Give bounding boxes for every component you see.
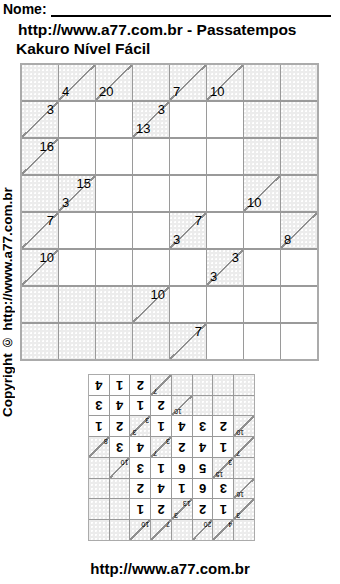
kakuro-puzzle-grid: 4207103313161531077381033107	[20, 63, 319, 361]
puzzle-cell-r4c1[interactable]	[59, 213, 95, 248]
down-clue: 20	[99, 85, 113, 99]
solution-cell-r0c6	[110, 520, 130, 540]
solution-cell-r4c2: 4	[193, 437, 213, 457]
solution-cell-r3c6: 10	[110, 458, 130, 478]
down-clue: 13	[136, 122, 150, 136]
puzzle-cell-r7c2	[96, 324, 132, 359]
across-clue: 3	[133, 428, 137, 436]
solution-cell-r6c5: 1	[131, 396, 151, 416]
solution-digit: 4	[193, 437, 213, 457]
puzzle-cell-r1c6	[244, 102, 280, 137]
solution-cell-r1c2: 2	[193, 500, 213, 520]
puzzle-cell-r0c7	[281, 65, 317, 100]
solution-cell-r7c6: 1	[110, 375, 130, 395]
puzzle-cell-r1c5[interactable]	[207, 102, 243, 137]
puzzle-cell-r2c7	[281, 139, 317, 174]
solution-cell-r6c2	[193, 396, 213, 416]
solution-cell-r6c3: 10	[172, 396, 192, 416]
puzzle-cell-r2c6	[244, 139, 280, 174]
solution-cell-r1c0: 3	[234, 500, 254, 520]
across-clue: 10	[151, 288, 165, 302]
puzzle-cell-r3c3[interactable]	[133, 176, 169, 211]
solution-cell-r6c4: 2	[151, 396, 171, 416]
puzzle-cell-r5c7[interactable]	[281, 250, 317, 285]
solution-cell-r4c0: 7	[234, 437, 254, 457]
down-clue: 8	[104, 437, 108, 445]
across-clue: 7	[153, 387, 157, 395]
solution-digit: 1	[151, 416, 171, 436]
solution-cell-r7c1	[214, 375, 234, 395]
name-label: Nome:	[3, 1, 47, 17]
puzzle-cell-r6c4[interactable]	[170, 287, 206, 322]
puzzle-cell-r7c3	[133, 324, 169, 359]
puzzle-cell-r6c1	[59, 287, 95, 322]
across-clue: 7	[195, 325, 202, 339]
down-clue: 3	[173, 233, 180, 247]
puzzle-cell-r6c0	[22, 287, 58, 322]
puzzle-cell-r1c0: 3	[22, 102, 58, 137]
solution-cell-r6c0	[234, 396, 254, 416]
solution-digit: 4	[172, 416, 192, 436]
puzzle-cell-r2c1[interactable]	[59, 139, 95, 174]
puzzle-cell-r3c1: 153	[59, 176, 95, 211]
puzzle-cell-r5c3[interactable]	[133, 250, 169, 285]
solution-cell-r0c4: 7	[151, 520, 171, 540]
solution-digit: 4	[131, 437, 151, 457]
down-clue: 10	[247, 196, 261, 210]
solution-digit: 2	[151, 499, 171, 519]
solution-digit: 1	[131, 396, 151, 416]
solution-cell-r7c0	[234, 375, 254, 395]
across-clue: 10	[236, 428, 244, 436]
puzzle-cell-r5c6[interactable]	[244, 250, 280, 285]
kakuro-solution-grid-rotated: 4207103123132116361421535613107142734381…	[88, 374, 255, 541]
copyright-vertical-text: Copyright © http://www.a77.com.br	[0, 155, 17, 417]
solution-cell-r0c2: 20	[193, 520, 213, 540]
puzzle-cell-r0c4: 7	[170, 65, 206, 100]
puzzle-cell-r4c5[interactable]	[207, 213, 243, 248]
solution-cell-r4c3: 2	[172, 437, 192, 457]
across-clue: 7	[153, 449, 157, 457]
across-clue: 16	[40, 140, 54, 154]
down-clue: 13	[183, 500, 191, 508]
down-clue: 20	[204, 520, 212, 528]
puzzle-cell-r7c5[interactable]	[207, 324, 243, 359]
solution-cell-r4c6: 3	[110, 437, 130, 457]
puzzle-cell-r6c5[interactable]	[207, 287, 243, 322]
down-clue: 7	[166, 520, 170, 528]
solution-digit: 4	[151, 479, 171, 499]
solution-cell-r1c7	[89, 500, 109, 520]
puzzle-cell-r2c4[interactable]	[170, 139, 206, 174]
solution-cell-r2c2: 6	[193, 479, 213, 499]
solution-cell-r7c7: 4	[89, 375, 109, 395]
down-clue: 3	[166, 437, 170, 445]
solution-digit: 2	[131, 375, 151, 395]
solution-digit: 2	[131, 479, 151, 499]
puzzle-cell-r7c4: 7	[170, 324, 206, 359]
solution-cell-r0c7	[89, 520, 109, 540]
solution-cell-r1c1: 1	[214, 500, 234, 520]
solution-cell-r6c6: 4	[110, 396, 130, 416]
puzzle-cell-r5c1[interactable]	[59, 250, 95, 285]
down-clue: 4	[62, 85, 69, 99]
solution-cell-r1c4: 2	[151, 500, 171, 520]
solution-cell-r0c0	[234, 520, 254, 540]
solution-digit: 3	[89, 396, 109, 416]
puzzle-cell-r3c5[interactable]	[207, 176, 243, 211]
solution-digit: 5	[193, 458, 213, 478]
solution-cell-r4c4: 73	[151, 437, 171, 457]
down-clue: 10	[121, 458, 129, 466]
page-title: Kakuro Nível Fácil	[16, 40, 150, 58]
across-clue: 3	[232, 251, 239, 265]
puzzle-cell-r3c4[interactable]	[170, 176, 206, 211]
solution-cell-r7c4: 7	[151, 375, 171, 395]
solution-cell-r4c5: 4	[131, 437, 151, 457]
solution-digit: 1	[151, 458, 171, 478]
puzzle-cell-r3c7	[281, 176, 317, 211]
puzzle-cell-r4c2[interactable]	[96, 213, 132, 248]
solution-digit: 4	[110, 396, 130, 416]
solution-cell-r1c3: 313	[172, 500, 192, 520]
across-clue: 3	[158, 103, 165, 117]
puzzle-cell-r2c2[interactable]	[96, 139, 132, 174]
solution-cell-r5c1: 2	[214, 417, 234, 437]
page: Nome: http://www.a77.com.br - Passatempo…	[0, 0, 340, 584]
solution-cell-r2c7	[89, 479, 109, 499]
puzzle-cell-r7c6[interactable]	[244, 324, 280, 359]
puzzle-cell-r0c2: 20	[96, 65, 132, 100]
down-clue: 10	[141, 520, 149, 528]
down-clue: 10	[210, 85, 224, 99]
solution-cell-r5c3: 4	[172, 417, 192, 437]
solution-digit: 1	[172, 479, 192, 499]
down-clue: 3	[210, 270, 217, 284]
solution-digit: 1	[110, 375, 130, 395]
across-clue: 3	[47, 103, 54, 117]
solution-digit: 3	[110, 437, 130, 457]
puzzle-cell-r4c6[interactable]	[244, 213, 280, 248]
solution-cell-r5c5: 33	[131, 417, 151, 437]
across-clue: 7	[236, 449, 240, 457]
down-clue: 3	[145, 417, 149, 425]
across-clue: 10	[40, 251, 54, 265]
across-clue: 3	[236, 511, 240, 519]
puzzle-cell-r4c4: 73	[170, 213, 206, 248]
puzzle-cell-r2c0: 16	[22, 139, 58, 174]
solution-cell-r1c6	[110, 500, 130, 520]
solution-digit: 6	[172, 458, 192, 478]
across-clue: 3	[174, 511, 178, 519]
puzzle-cell-r7c0	[22, 324, 58, 359]
solution-cell-r2c0: 16	[234, 479, 254, 499]
solution-cell-r7c2	[193, 375, 213, 395]
solution-cell-r0c3	[172, 520, 192, 540]
solution-digit: 2	[110, 416, 130, 436]
solution-cell-r7c3	[172, 375, 192, 395]
down-clue: 3	[228, 458, 232, 466]
puzzle-cell-r2c5[interactable]	[207, 139, 243, 174]
site-header: http://www.a77.com.br - Passatempos	[18, 21, 297, 39]
puzzle-cell-r2c3[interactable]	[133, 139, 169, 174]
solution-cell-r3c3: 6	[172, 458, 192, 478]
name-fill-in-line[interactable]	[51, 0, 331, 17]
across-clue: 15	[77, 177, 91, 191]
solution-digit: 6	[193, 479, 213, 499]
solution-cell-r2c3: 1	[172, 479, 192, 499]
solution-digit: 3	[193, 416, 213, 436]
solution-digit: 1	[214, 437, 234, 457]
puzzle-cell-r5c2[interactable]	[96, 250, 132, 285]
footer-url: http://www.a77.com.br	[0, 560, 340, 577]
puzzle-cell-r0c1: 4	[59, 65, 95, 100]
puzzle-cell-r7c1	[59, 324, 95, 359]
puzzle-cell-r3c0	[22, 176, 58, 211]
solution-digit: 1	[214, 499, 234, 519]
puzzle-cell-r1c1[interactable]	[59, 102, 95, 137]
solution-cell-r0c5: 10	[131, 520, 151, 540]
solution-cell-r5c7: 1	[89, 417, 109, 437]
solution-cell-r6c1	[214, 396, 234, 416]
solution-cell-r0c1: 4	[214, 520, 234, 540]
puzzle-cell-r6c7[interactable]	[281, 287, 317, 322]
solution-cell-r3c7	[89, 458, 109, 478]
puzzle-cell-r4c0: 7	[22, 213, 58, 248]
down-clue: 8	[284, 233, 291, 247]
solution-digit: 1	[131, 499, 151, 519]
solution-cell-r5c6: 2	[110, 417, 130, 437]
solution-cell-r1c5: 1	[131, 500, 151, 520]
solution-digit: 4	[89, 375, 109, 395]
solution-cell-r2c4: 4	[151, 479, 171, 499]
puzzle-cell-r5c0: 10	[22, 250, 58, 285]
solution-cell-r5c0: 10	[234, 417, 254, 437]
solution-cell-r3c4: 1	[151, 458, 171, 478]
across-clue: 16	[236, 491, 244, 499]
solution-cell-r5c2: 3	[193, 417, 213, 437]
puzzle-cell-r4c3[interactable]	[133, 213, 169, 248]
solution-cell-r3c5: 3	[131, 458, 151, 478]
puzzle-cell-r6c3: 10	[133, 287, 169, 322]
puzzle-cell-r4c7: 8	[281, 213, 317, 248]
solution-digit: 2	[193, 499, 213, 519]
solution-cell-r5c4: 1	[151, 417, 171, 437]
solution-cell-r2c1: 3	[214, 479, 234, 499]
puzzle-cell-r6c6[interactable]	[244, 287, 280, 322]
puzzle-cell-r1c2[interactable]	[96, 102, 132, 137]
solution-cell-r2c6	[110, 479, 130, 499]
solution-digit: 3	[214, 479, 234, 499]
puzzle-cell-r0c0	[22, 65, 58, 100]
solution-digit: 3	[131, 458, 151, 478]
across-clue: 15	[216, 470, 224, 478]
across-clue: 7	[195, 214, 202, 228]
solution-cell-r7c5: 2	[131, 375, 151, 395]
puzzle-cell-r0c3	[133, 65, 169, 100]
solution-cell-r6c7: 3	[89, 396, 109, 416]
puzzle-cell-r1c3: 313	[133, 102, 169, 137]
puzzle-cell-r3c2[interactable]	[96, 176, 132, 211]
puzzle-cell-r5c5: 33	[207, 250, 243, 285]
across-clue: 10	[174, 408, 182, 416]
puzzle-cell-r7c7[interactable]	[281, 324, 317, 359]
solution-digit: 2	[214, 416, 234, 436]
down-clue: 3	[62, 196, 69, 210]
puzzle-cell-r5c4[interactable]	[170, 250, 206, 285]
solution-digit: 2	[172, 437, 192, 457]
solution-digit: 1	[89, 416, 109, 436]
solution-cell-r3c1: 153	[214, 458, 234, 478]
solution-cell-r4c1: 1	[214, 437, 234, 457]
down-clue: 4	[228, 520, 232, 528]
solution-cell-r3c0	[234, 458, 254, 478]
across-clue: 7	[47, 214, 54, 228]
puzzle-cell-r3c6: 10	[244, 176, 280, 211]
puzzle-cell-r1c4[interactable]	[170, 102, 206, 137]
down-clue: 7	[173, 85, 180, 99]
puzzle-cell-r0c6	[244, 65, 280, 100]
solution-cell-r2c5: 2	[131, 479, 151, 499]
solution-cell-r4c7: 8	[89, 437, 109, 457]
solution-digit: 2	[151, 396, 171, 416]
puzzle-cell-r6c2	[96, 287, 132, 322]
puzzle-cell-r0c5: 10	[207, 65, 243, 100]
puzzle-cell-r1c7	[281, 102, 317, 137]
solution-cell-r3c2: 5	[193, 458, 213, 478]
